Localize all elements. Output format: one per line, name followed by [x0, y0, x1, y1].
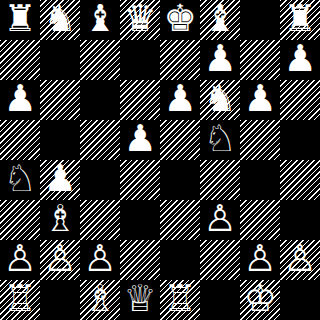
white-pawn[interactable]: ♙	[43, 240, 76, 279]
square-b8[interactable]: ♞	[40, 0, 80, 40]
square-e4[interactable]	[160, 160, 200, 200]
square-f2[interactable]	[200, 240, 240, 280]
square-c8[interactable]: ♝	[80, 0, 120, 40]
square-a3[interactable]	[0, 200, 40, 240]
square-g6[interactable]: ♟	[240, 80, 280, 120]
board-area: ♜♞♝♛♚♝♜♟♟♟♟♞♟♟♘♘♟♗♙♙♙♙♙♙♖♗♕♖♔	[0, 0, 320, 320]
square-e5[interactable]	[160, 120, 200, 160]
square-b2[interactable]: ♙	[40, 240, 80, 280]
square-g4[interactable]	[240, 160, 280, 200]
square-d4[interactable]	[120, 160, 160, 200]
square-e2[interactable]	[160, 240, 200, 280]
square-g8[interactable]	[240, 0, 280, 40]
square-g7[interactable]	[240, 40, 280, 80]
square-b3[interactable]: ♗	[40, 200, 80, 240]
square-h8[interactable]: ♜	[280, 0, 320, 40]
square-a7[interactable]	[0, 40, 40, 80]
black-pawn[interactable]: ♟	[243, 80, 276, 119]
square-d6[interactable]	[120, 80, 160, 120]
white-pawn[interactable]: ♙	[83, 240, 116, 279]
square-f3[interactable]: ♙	[200, 200, 240, 240]
square-a5[interactable]	[0, 120, 40, 160]
black-pawn[interactable]: ♟	[203, 40, 236, 79]
square-e7[interactable]	[160, 40, 200, 80]
square-c4[interactable]	[80, 160, 120, 200]
black-pawn[interactable]: ♟	[123, 120, 156, 159]
black-pawn[interactable]: ♟	[3, 80, 36, 119]
square-h6[interactable]	[280, 80, 320, 120]
square-e6[interactable]: ♟	[160, 80, 200, 120]
white-bishop[interactable]: ♗	[83, 280, 116, 319]
square-e3[interactable]	[160, 200, 200, 240]
square-d1[interactable]: ♕	[120, 280, 160, 320]
black-pawn[interactable]: ♟	[283, 40, 316, 79]
square-h7[interactable]: ♟	[280, 40, 320, 80]
square-c3[interactable]	[80, 200, 120, 240]
square-e1[interactable]: ♖	[160, 280, 200, 320]
square-f1[interactable]	[200, 280, 240, 320]
white-king[interactable]: ♔	[243, 280, 276, 319]
black-queen[interactable]: ♛	[123, 0, 156, 39]
square-g5[interactable]	[240, 120, 280, 160]
white-pawn[interactable]: ♙	[3, 240, 36, 279]
square-d7[interactable]	[120, 40, 160, 80]
square-a8[interactable]: ♜	[0, 0, 40, 40]
square-f4[interactable]	[200, 160, 240, 200]
black-knight[interactable]: ♞	[203, 80, 236, 119]
square-b4[interactable]: ♟	[40, 160, 80, 200]
square-d5[interactable]: ♟	[120, 120, 160, 160]
square-c6[interactable]	[80, 80, 120, 120]
square-c7[interactable]	[80, 40, 120, 80]
square-h2[interactable]: ♙	[280, 240, 320, 280]
black-king[interactable]: ♚	[163, 0, 196, 39]
square-f5[interactable]: ♘	[200, 120, 240, 160]
white-pawn[interactable]: ♙	[283, 240, 316, 279]
square-h1[interactable]	[280, 280, 320, 320]
square-h3[interactable]	[280, 200, 320, 240]
square-c5[interactable]	[80, 120, 120, 160]
white-queen[interactable]: ♕	[123, 280, 156, 319]
square-b1[interactable]	[40, 280, 80, 320]
square-d8[interactable]: ♛	[120, 0, 160, 40]
black-bishop[interactable]: ♝	[203, 0, 236, 39]
white-rook[interactable]: ♖	[163, 280, 196, 319]
square-h5[interactable]	[280, 120, 320, 160]
chess-board: ♜♞♝♛♚♝♜♟♟♟♟♞♟♟♘♘♟♗♙♙♙♙♙♙♖♗♕♖♔	[0, 0, 320, 320]
square-f8[interactable]: ♝	[200, 0, 240, 40]
square-a4[interactable]: ♘	[0, 160, 40, 200]
square-f6[interactable]: ♞	[200, 80, 240, 120]
square-a6[interactable]: ♟	[0, 80, 40, 120]
white-knight[interactable]: ♘	[203, 120, 236, 159]
square-b5[interactable]	[40, 120, 80, 160]
square-d3[interactable]	[120, 200, 160, 240]
square-e8[interactable]: ♚	[160, 0, 200, 40]
square-b7[interactable]	[40, 40, 80, 80]
black-rook[interactable]: ♜	[3, 0, 36, 39]
square-h4[interactable]	[280, 160, 320, 200]
square-g2[interactable]: ♙	[240, 240, 280, 280]
black-knight[interactable]: ♞	[43, 0, 76, 39]
black-pawn[interactable]: ♟	[163, 80, 196, 119]
square-a2[interactable]: ♙	[0, 240, 40, 280]
square-b6[interactable]	[40, 80, 80, 120]
square-f7[interactable]: ♟	[200, 40, 240, 80]
black-rook[interactable]: ♜	[283, 0, 316, 39]
white-rook[interactable]: ♖	[3, 280, 36, 319]
white-bishop[interactable]: ♗	[43, 200, 76, 239]
square-c1[interactable]: ♗	[80, 280, 120, 320]
square-g3[interactable]	[240, 200, 280, 240]
square-c2[interactable]: ♙	[80, 240, 120, 280]
white-knight[interactable]: ♘	[3, 160, 36, 199]
black-pawn[interactable]: ♟	[43, 160, 76, 199]
square-d2[interactable]	[120, 240, 160, 280]
white-pawn[interactable]: ♙	[243, 240, 276, 279]
black-bishop[interactable]: ♝	[83, 0, 116, 39]
square-a1[interactable]: ♖	[0, 280, 40, 320]
white-pawn[interactable]: ♙	[203, 200, 236, 239]
square-g1[interactable]: ♔	[240, 280, 280, 320]
